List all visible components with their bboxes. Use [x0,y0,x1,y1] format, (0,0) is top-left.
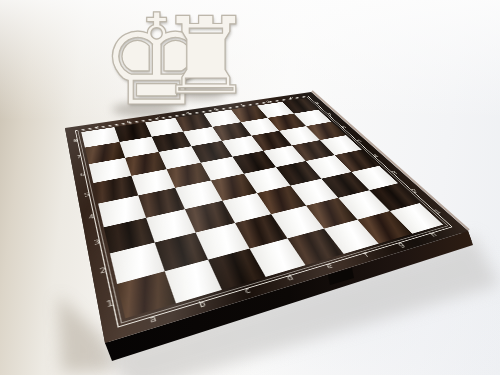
rank-label-left-6: 6 [80,172,86,177]
file-label-top-e: e [213,107,218,110]
rank-label-left-5: 5 [84,192,90,198]
rank-label-right-5: 5 [356,139,363,143]
rank-label-left-2: 2 [99,267,106,275]
rank-label-left-3: 3 [93,239,100,246]
rank-label-right-7: 7 [327,113,333,116]
rank-label-right-8: 8 [314,101,320,104]
rank-label-right-6: 6 [341,125,347,129]
rank-label-right-1: 1 [433,209,442,215]
rank-label-right-4: 4 [372,154,379,158]
file-label-bottom-h: h [428,231,438,238]
rank-label-right-2: 2 [411,189,419,194]
rank-label-left-8: 8 [73,139,78,143]
rank-label-left-4: 4 [88,214,94,220]
file-label-top-c: c [156,116,161,119]
file-label-top-d: d [185,111,190,114]
rank-label-left-7: 7 [76,155,81,160]
file-label-bottom-g: g [396,241,406,248]
file-label-bottom-c: c [243,286,251,295]
file-label-bottom-d: d [285,274,294,282]
file-label-bottom-e: e [325,262,334,270]
product-photo-scene: ♚ ♜ abcdefghabcdefgh8765432187654321 [0,0,500,375]
file-label-top-a: a [94,125,99,129]
file-label-bottom-b: b [198,299,207,309]
file-label-bottom-a: a [149,314,158,324]
rank-label-left-1: 1 [106,299,114,309]
file-label-top-f: f [240,104,244,107]
file-label-top-b: b [126,120,131,124]
file-label-bottom-f: f [362,251,370,258]
file-label-top-h: h [289,96,294,99]
file-label-top-g: g [264,100,269,103]
rank-label-right-3: 3 [391,170,399,175]
